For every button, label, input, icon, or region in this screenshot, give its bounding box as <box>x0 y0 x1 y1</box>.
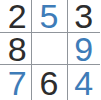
sudoku-cell[interactable]: 2 <box>0 0 32 33</box>
sudoku-cell-empty[interactable] <box>32 33 68 65</box>
sudoku-cell[interactable]: 4 <box>68 65 101 100</box>
sudoku-cell[interactable]: 9 <box>68 33 101 65</box>
sudoku-board: 2 5 3 8 9 7 6 4 <box>0 0 100 100</box>
sudoku-cell[interactable]: 8 <box>0 33 32 65</box>
sudoku-cell[interactable]: 7 <box>0 65 32 100</box>
sudoku-cell[interactable]: 6 <box>32 65 68 100</box>
sudoku-cell[interactable]: 5 <box>32 0 68 33</box>
sudoku-cell[interactable]: 3 <box>68 0 101 33</box>
